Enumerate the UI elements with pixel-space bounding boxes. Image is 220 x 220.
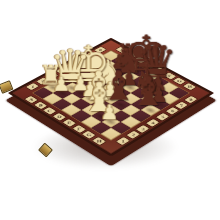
white-pawn-g2[interactable]: ♟ <box>79 102 141 123</box>
rank-label-6-left-text: 6 <box>80 58 83 61</box>
chess-set-photo: AABBCCDDEEFFGGHH1122334455667788 ♜♚♛♟♞♟♟… <box>0 0 220 220</box>
file-label-a-far-text: A <box>120 48 124 51</box>
file-label-b-far-text: B <box>129 53 133 56</box>
rank-label-7-left-text: 7 <box>90 53 93 56</box>
rank-label-8-left-text: 8 <box>99 48 102 51</box>
file-label-c-far-text: C <box>138 58 142 61</box>
